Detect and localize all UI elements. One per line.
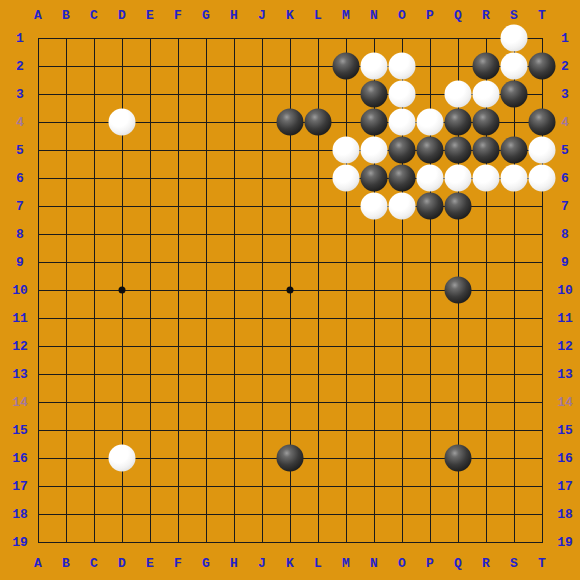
col-label-bottom-e: E [146, 557, 154, 570]
white-stone-n2 [361, 53, 388, 80]
col-label-bottom-a: A [34, 557, 42, 570]
grid-line-horizontal-14 [38, 402, 543, 403]
col-label-top-c: C [90, 9, 98, 22]
col-label-top-t: T [538, 9, 546, 22]
grid-line-horizontal-18 [38, 514, 543, 515]
row-label-left-15: 15 [12, 424, 28, 437]
row-label-right-14: 14 [557, 396, 573, 409]
white-stone-o4 [389, 109, 416, 136]
col-label-bottom-h: H [230, 557, 238, 570]
col-label-top-f: F [174, 9, 182, 22]
white-stone-t5 [529, 137, 556, 164]
col-label-top-a: A [34, 9, 42, 22]
white-stone-m6 [333, 165, 360, 192]
go-board[interactable]: AABBCCDDEEFFGGHHJJKKLLMMNNOOPPQQRRSSTT11… [0, 0, 580, 580]
row-label-left-4: 4 [16, 116, 24, 129]
grid-line-horizontal-15 [38, 430, 543, 431]
black-stone-k16 [277, 445, 304, 472]
grid-line-vertical-M [346, 38, 347, 543]
black-stone-k4 [277, 109, 304, 136]
white-stone-m5 [333, 137, 360, 164]
col-label-top-p: P [426, 9, 434, 22]
black-stone-p5 [417, 137, 444, 164]
row-label-right-3: 3 [561, 88, 569, 101]
row-label-left-6: 6 [16, 172, 24, 185]
col-label-bottom-b: B [62, 557, 70, 570]
col-label-bottom-s: S [510, 557, 518, 570]
black-stone-q4 [445, 109, 472, 136]
row-label-right-18: 18 [557, 508, 573, 521]
col-label-bottom-f: F [174, 557, 182, 570]
black-stone-r2 [473, 53, 500, 80]
row-label-left-16: 16 [12, 452, 28, 465]
star-point-k10 [287, 287, 294, 294]
row-label-left-2: 2 [16, 60, 24, 73]
white-stone-q3 [445, 81, 472, 108]
white-stone-s1 [501, 25, 528, 52]
row-label-left-12: 12 [12, 340, 28, 353]
col-label-top-d: D [118, 9, 126, 22]
white-stone-n7 [361, 193, 388, 220]
white-stone-p6 [417, 165, 444, 192]
grid-line-horizontal-11 [38, 318, 543, 319]
row-label-left-7: 7 [16, 200, 24, 213]
black-stone-r5 [473, 137, 500, 164]
col-label-bottom-m: M [342, 557, 350, 570]
col-label-top-k: K [286, 9, 294, 22]
col-label-top-e: E [146, 9, 154, 22]
row-label-right-7: 7 [561, 200, 569, 213]
white-stone-r6 [473, 165, 500, 192]
black-stone-t2 [529, 53, 556, 80]
white-stone-t6 [529, 165, 556, 192]
col-label-bottom-l: L [314, 557, 322, 570]
black-stone-n3 [361, 81, 388, 108]
black-stone-q5 [445, 137, 472, 164]
row-label-left-11: 11 [12, 312, 28, 325]
row-label-right-16: 16 [557, 452, 573, 465]
row-label-right-10: 10 [557, 284, 573, 297]
col-label-top-l: L [314, 9, 322, 22]
col-label-bottom-j: J [258, 557, 266, 570]
row-label-right-5: 5 [561, 144, 569, 157]
row-label-left-17: 17 [12, 480, 28, 493]
row-label-right-13: 13 [557, 368, 573, 381]
row-label-right-15: 15 [557, 424, 573, 437]
white-stone-p4 [417, 109, 444, 136]
row-label-left-10: 10 [12, 284, 28, 297]
col-label-top-j: J [258, 9, 266, 22]
col-label-top-b: B [62, 9, 70, 22]
black-stone-p7 [417, 193, 444, 220]
row-label-left-9: 9 [16, 256, 24, 269]
white-stone-o7 [389, 193, 416, 220]
row-label-right-6: 6 [561, 172, 569, 185]
col-label-bottom-o: O [398, 557, 406, 570]
col-label-top-q: Q [454, 9, 462, 22]
black-stone-l4 [305, 109, 332, 136]
col-label-bottom-r: R [482, 557, 490, 570]
black-stone-q16 [445, 445, 472, 472]
grid-line-horizontal-13 [38, 374, 543, 375]
black-stone-n4 [361, 109, 388, 136]
col-label-bottom-g: G [202, 557, 210, 570]
row-label-right-11: 11 [557, 312, 573, 325]
col-label-top-h: H [230, 9, 238, 22]
black-stone-r4 [473, 109, 500, 136]
row-label-right-1: 1 [561, 32, 569, 45]
col-label-top-g: G [202, 9, 210, 22]
row-label-left-3: 3 [16, 88, 24, 101]
row-label-right-8: 8 [561, 228, 569, 241]
black-stone-s3 [501, 81, 528, 108]
black-stone-n6 [361, 165, 388, 192]
row-label-right-19: 19 [557, 536, 573, 549]
row-label-right-12: 12 [557, 340, 573, 353]
black-stone-t4 [529, 109, 556, 136]
row-label-left-18: 18 [12, 508, 28, 521]
black-stone-q10 [445, 277, 472, 304]
row-label-right-2: 2 [561, 60, 569, 73]
col-label-bottom-d: D [118, 557, 126, 570]
white-stone-s6 [501, 165, 528, 192]
col-label-bottom-q: Q [454, 557, 462, 570]
row-label-left-5: 5 [16, 144, 24, 157]
col-label-top-n: N [370, 9, 378, 22]
row-label-left-8: 8 [16, 228, 24, 241]
row-label-right-9: 9 [561, 256, 569, 269]
row-label-left-19: 19 [12, 536, 28, 549]
col-label-bottom-p: P [426, 557, 434, 570]
grid-line-vertical-S [514, 38, 515, 543]
black-stone-m2 [333, 53, 360, 80]
row-label-left-14: 14 [12, 396, 28, 409]
col-label-bottom-t: T [538, 557, 546, 570]
row-label-right-4: 4 [561, 116, 569, 129]
grid-line-horizontal-19 [38, 542, 543, 543]
white-stone-o3 [389, 81, 416, 108]
star-point-d10 [119, 287, 126, 294]
col-label-bottom-c: C [90, 557, 98, 570]
white-stone-n5 [361, 137, 388, 164]
col-label-bottom-k: K [286, 557, 294, 570]
black-stone-q7 [445, 193, 472, 220]
white-stone-s2 [501, 53, 528, 80]
row-label-left-1: 1 [16, 32, 24, 45]
grid-line-horizontal-12 [38, 346, 543, 347]
row-label-right-17: 17 [557, 480, 573, 493]
white-stone-o2 [389, 53, 416, 80]
black-stone-o6 [389, 165, 416, 192]
col-label-top-m: M [342, 9, 350, 22]
col-label-top-o: O [398, 9, 406, 22]
col-label-bottom-n: N [370, 557, 378, 570]
black-stone-s5 [501, 137, 528, 164]
col-label-top-r: R [482, 9, 490, 22]
black-stone-o5 [389, 137, 416, 164]
row-label-left-13: 13 [12, 368, 28, 381]
col-label-top-s: S [510, 9, 518, 22]
white-stone-d4 [109, 109, 136, 136]
grid-line-horizontal-17 [38, 486, 543, 487]
white-stone-q6 [445, 165, 472, 192]
white-stone-d16 [109, 445, 136, 472]
white-stone-r3 [473, 81, 500, 108]
